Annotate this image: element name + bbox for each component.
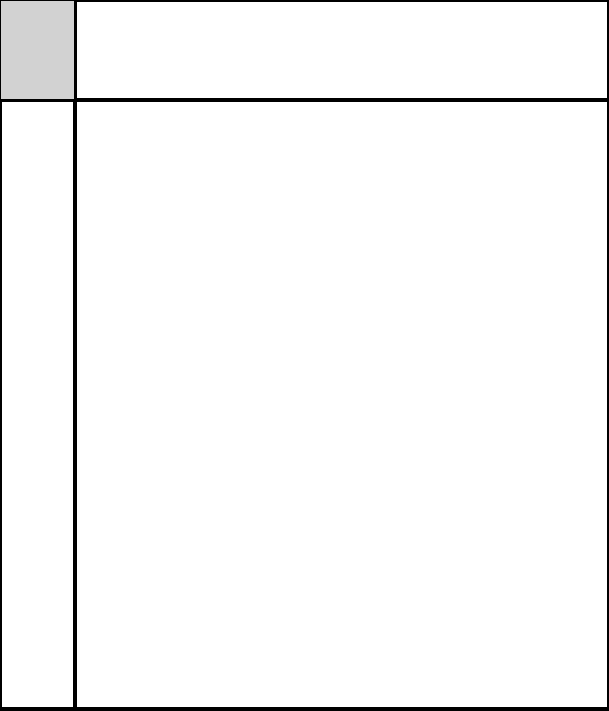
left-clues [0, 100, 75, 709]
top-clues [75, 0, 609, 100]
corner-box [0, 0, 75, 100]
board-grid [75, 100, 609, 709]
nonogram-page [0, 0, 609, 711]
